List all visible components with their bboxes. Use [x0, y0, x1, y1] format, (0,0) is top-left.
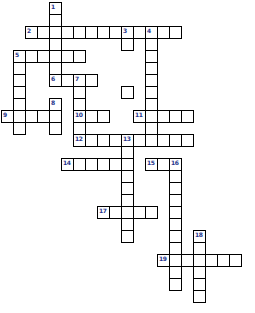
crossword-page: 12345678910111213141516171819 [0, 0, 255, 313]
cell-c12-r17[interactable] [145, 206, 158, 219]
clue-number-6: 6 [51, 75, 55, 82]
cell-c15-r11[interactable] [181, 134, 194, 147]
clue-number-15: 15 [147, 159, 155, 166]
clue-number-9: 9 [3, 111, 7, 118]
cell-c7-r6[interactable] [85, 74, 98, 87]
cell-c1-r10[interactable] [13, 122, 26, 135]
clue-number-8: 8 [51, 99, 55, 106]
clue-number-19: 19 [159, 255, 167, 262]
cell-c16-r24[interactable] [193, 290, 206, 303]
clue-number-3: 3 [123, 27, 127, 34]
clue-number-11: 11 [135, 111, 143, 118]
clue-number-12: 12 [75, 135, 83, 142]
cell-c10-r3[interactable] [121, 38, 134, 51]
cell-c14-r23[interactable] [169, 278, 182, 291]
clue-number-10: 10 [75, 111, 83, 118]
clue-number-2: 2 [27, 27, 31, 34]
clue-number-18: 18 [195, 231, 203, 238]
cell-c19-r21[interactable] [229, 254, 242, 267]
clue-number-5: 5 [15, 51, 19, 58]
clue-number-1: 1 [51, 3, 55, 10]
cell-c10-r19[interactable] [121, 230, 134, 243]
cell-c10-r7[interactable] [121, 86, 134, 99]
clue-number-4: 4 [147, 27, 151, 34]
clue-number-17: 17 [99, 207, 107, 214]
clue-number-16: 16 [171, 159, 179, 166]
cell-c8-r9[interactable] [97, 110, 110, 123]
cell-c14-r2[interactable] [169, 26, 182, 39]
clue-number-13: 13 [123, 135, 131, 142]
cell-c4-r10[interactable] [49, 122, 62, 135]
clue-number-7: 7 [75, 75, 79, 82]
clue-number-14: 14 [63, 159, 71, 166]
cell-c6-r4[interactable] [73, 50, 86, 63]
cell-c15-r9[interactable] [181, 110, 194, 123]
